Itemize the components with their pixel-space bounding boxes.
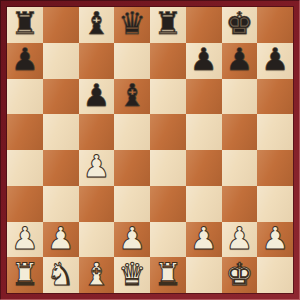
square-e4[interactable]	[150, 150, 186, 186]
square-h4[interactable]	[257, 150, 293, 186]
square-c2[interactable]	[79, 222, 115, 258]
square-a7[interactable]: ♟	[7, 43, 43, 79]
black-pawn: ♟	[7, 43, 43, 78]
white-pawn: ♟	[257, 222, 293, 257]
square-a4[interactable]	[7, 150, 43, 186]
white-queen: ♛	[114, 257, 150, 292]
white-rook: ♜	[7, 257, 43, 292]
square-d1[interactable]: ♛	[114, 257, 150, 293]
square-c1[interactable]: ♝	[79, 257, 115, 293]
white-pawn: ♟	[186, 222, 222, 257]
square-g8[interactable]: ♚	[222, 7, 258, 43]
square-e1[interactable]: ♜	[150, 257, 186, 293]
board-frame: ♜♝♛♜♚♟♟♟♟♟♝♟♟♟♟♟♟♟♜♞♝♛♜♚	[0, 0, 300, 300]
black-bishop: ♝	[79, 7, 115, 42]
white-bishop: ♝	[79, 257, 115, 292]
square-d4[interactable]	[114, 150, 150, 186]
square-e2[interactable]	[150, 222, 186, 258]
white-rook: ♜	[150, 257, 186, 292]
square-g7[interactable]: ♟	[222, 43, 258, 79]
white-pawn: ♟	[114, 222, 150, 257]
square-h2[interactable]: ♟	[257, 222, 293, 258]
square-c4[interactable]: ♟	[79, 150, 115, 186]
square-c7[interactable]	[79, 43, 115, 79]
black-pawn: ♟	[222, 43, 258, 78]
square-f7[interactable]: ♟	[186, 43, 222, 79]
square-f5[interactable]	[186, 114, 222, 150]
square-h8[interactable]	[257, 7, 293, 43]
square-b1[interactable]: ♞	[43, 257, 79, 293]
square-h6[interactable]	[257, 79, 293, 115]
white-pawn: ♟	[79, 150, 115, 185]
white-pawn: ♟	[222, 222, 258, 257]
black-pawn: ♟	[257, 43, 293, 78]
square-a1[interactable]: ♜	[7, 257, 43, 293]
square-g6[interactable]	[222, 79, 258, 115]
black-queen: ♛	[114, 7, 150, 42]
chess-app: ♜♝♛♜♚♟♟♟♟♟♝♟♟♟♟♟♟♟♜♞♝♛♜♚	[0, 0, 300, 300]
square-h7[interactable]: ♟	[257, 43, 293, 79]
square-g1[interactable]: ♚	[222, 257, 258, 293]
square-a3[interactable]	[7, 186, 43, 222]
square-c6[interactable]: ♟	[79, 79, 115, 115]
square-e7[interactable]	[150, 43, 186, 79]
square-c8[interactable]: ♝	[79, 7, 115, 43]
square-e5[interactable]	[150, 114, 186, 150]
square-a6[interactable]	[7, 79, 43, 115]
square-d8[interactable]: ♛	[114, 7, 150, 43]
square-f1[interactable]	[186, 257, 222, 293]
square-b7[interactable]	[43, 43, 79, 79]
square-b5[interactable]	[43, 114, 79, 150]
square-g2[interactable]: ♟	[222, 222, 258, 258]
square-h3[interactable]	[257, 186, 293, 222]
square-a8[interactable]: ♜	[7, 7, 43, 43]
white-king: ♚	[222, 257, 258, 292]
black-bishop: ♝	[114, 79, 150, 114]
square-g5[interactable]	[222, 114, 258, 150]
chess-board: ♜♝♛♜♚♟♟♟♟♟♝♟♟♟♟♟♟♟♜♞♝♛♜♚	[7, 7, 293, 293]
black-pawn: ♟	[186, 43, 222, 78]
square-d5[interactable]	[114, 114, 150, 150]
square-a5[interactable]	[7, 114, 43, 150]
square-a2[interactable]: ♟	[7, 222, 43, 258]
square-g3[interactable]	[222, 186, 258, 222]
black-king: ♚	[222, 7, 258, 42]
square-e3[interactable]	[150, 186, 186, 222]
black-rook: ♜	[7, 7, 43, 42]
white-pawn: ♟	[43, 222, 79, 257]
square-f4[interactable]	[186, 150, 222, 186]
square-d2[interactable]: ♟	[114, 222, 150, 258]
square-b6[interactable]	[43, 79, 79, 115]
square-c5[interactable]	[79, 114, 115, 150]
square-d7[interactable]	[114, 43, 150, 79]
square-e8[interactable]: ♜	[150, 7, 186, 43]
square-e6[interactable]	[150, 79, 186, 115]
square-h5[interactable]	[257, 114, 293, 150]
black-rook: ♜	[150, 7, 186, 42]
black-pawn: ♟	[79, 79, 115, 114]
square-c3[interactable]	[79, 186, 115, 222]
square-f6[interactable]	[186, 79, 222, 115]
square-h1[interactable]	[257, 257, 293, 293]
square-f2[interactable]: ♟	[186, 222, 222, 258]
square-f3[interactable]	[186, 186, 222, 222]
square-d3[interactable]	[114, 186, 150, 222]
white-pawn: ♟	[7, 222, 43, 257]
square-g4[interactable]	[222, 150, 258, 186]
square-b3[interactable]	[43, 186, 79, 222]
white-knight: ♞	[43, 257, 79, 292]
square-d6[interactable]: ♝	[114, 79, 150, 115]
square-b8[interactable]	[43, 7, 79, 43]
square-b2[interactable]: ♟	[43, 222, 79, 258]
square-b4[interactable]	[43, 150, 79, 186]
square-f8[interactable]	[186, 7, 222, 43]
